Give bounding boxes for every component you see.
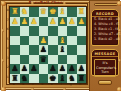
square-d8[interactable]: ♛: [39, 7, 49, 17]
white-pawn: ♟: [20, 17, 30, 27]
file-label-h: h: [76, 83, 86, 86]
square-a7[interactable]: ♟: [10, 17, 20, 27]
frame-stud: [31, 88, 34, 91]
square-d4[interactable]: ♟: [39, 45, 49, 55]
black-pawn: ♟: [39, 45, 49, 55]
square-g3[interactable]: [67, 55, 77, 65]
corner-knob: [1, 1, 6, 6]
black-pawn: ♟: [10, 64, 20, 74]
white-pawn: ♟: [48, 17, 58, 27]
square-f2[interactable]: ♟: [58, 64, 68, 74]
black-bishop: ♝: [58, 45, 68, 55]
square-a3[interactable]: [10, 55, 20, 65]
white-queen: ♛: [39, 7, 49, 17]
white-pawn: ♟: [58, 17, 68, 27]
message-panel: MESSAGE It's Computer's Turn: [91, 49, 119, 76]
square-b5[interactable]: [20, 36, 30, 46]
square-f7[interactable]: ♟: [58, 17, 68, 27]
frame-stud: [63, 88, 66, 91]
square-g8[interactable]: [67, 7, 77, 17]
frame-stud: [2, 59, 5, 62]
square-f3[interactable]: [58, 55, 68, 65]
rank-label-3: 3: [6, 54, 9, 64]
square-f4[interactable]: ♝: [58, 45, 68, 55]
square-b6[interactable]: [20, 26, 30, 36]
frame-stud: [2, 29, 5, 32]
square-b4[interactable]: [20, 45, 30, 55]
square-f8[interactable]: ♝: [58, 7, 68, 17]
square-e5[interactable]: [48, 36, 58, 46]
square-g6[interactable]: [67, 26, 77, 36]
square-h7[interactable]: ♟: [77, 17, 87, 27]
rank-label-5: 5: [6, 35, 9, 45]
square-c5[interactable]: [29, 36, 39, 46]
white-pawn: ♟: [39, 36, 49, 46]
square-d3[interactable]: ♛: [39, 55, 49, 65]
square-a2[interactable]: ♟: [10, 64, 20, 74]
white-rook: ♜: [10, 7, 20, 17]
black-pawn: ♟: [29, 64, 39, 74]
square-a4[interactable]: [10, 45, 20, 55]
record-panel: RECORD 5. Black d1 - d3 4. White c8 - f5…: [91, 9, 119, 46]
square-e4[interactable]: [48, 45, 58, 55]
rank-label-4: 4: [6, 44, 9, 54]
white-pawn: ♟: [67, 17, 77, 27]
board: ♜♞♛♚♝♜♟♟♟♟♟♟♟♟♝♟♝♛♟♟♟♟♟♟♟♜♞♚♝♞♜: [9, 6, 87, 84]
rank-label-6: 6: [6, 25, 9, 35]
frame-stud: [118, 59, 120, 62]
square-c6[interactable]: [29, 26, 39, 36]
square-d7[interactable]: [39, 17, 49, 27]
game-window: EasyBall Chess ♜♞♛♚♝♜♟♟♟♟♟♟♟♟♝♟♝♛♟♟♟♟♟♟♟…: [0, 0, 120, 90]
file-label-c: c: [28, 83, 38, 86]
square-c4[interactable]: [29, 45, 39, 55]
frame-stud: [31, 2, 34, 5]
black-queen: ♛: [39, 55, 49, 65]
square-g4[interactable]: [67, 45, 77, 55]
square-e3[interactable]: [48, 55, 58, 65]
file-label-a: a: [9, 83, 19, 86]
panel-handle: [94, 3, 118, 6]
black-pawn: ♟: [67, 64, 77, 74]
square-h5[interactable]: [77, 36, 87, 46]
white-pawn: ♟: [29, 17, 39, 27]
square-h3[interactable]: [77, 55, 87, 65]
panel-button[interactable]: [98, 80, 112, 85]
rank-label-7: 7: [6, 16, 9, 26]
frame-stud: [63, 2, 66, 5]
square-e7[interactable]: ♟: [48, 17, 58, 27]
square-b7[interactable]: ♟: [20, 17, 30, 27]
square-f6[interactable]: [58, 26, 68, 36]
white-king: ♚: [48, 7, 58, 17]
black-pawn: ♟: [20, 64, 30, 74]
square-f5[interactable]: ♝: [58, 36, 68, 46]
black-pawn: ♟: [77, 64, 87, 74]
square-b3[interactable]: [20, 55, 30, 65]
square-g2[interactable]: ♟: [67, 64, 77, 74]
rank-label-8: 8: [6, 6, 9, 16]
white-bishop: ♝: [58, 36, 68, 46]
square-h8[interactable]: ♜: [77, 7, 87, 17]
file-label-b: b: [19, 83, 29, 86]
rank-label-1: 1: [6, 73, 9, 83]
white-rook: ♜: [77, 7, 87, 17]
black-pawn: ♟: [48, 64, 58, 74]
square-c3[interactable]: [29, 55, 39, 65]
frame-stud: [118, 29, 120, 32]
file-label-g: g: [66, 83, 76, 86]
square-h2[interactable]: ♟: [77, 64, 87, 74]
message-panel-title: MESSAGE: [92, 52, 118, 58]
square-c7[interactable]: ♟: [29, 17, 39, 27]
square-a8[interactable]: ♜: [10, 7, 20, 17]
square-h6[interactable]: [77, 26, 87, 36]
square-d5[interactable]: ♟: [39, 36, 49, 46]
square-e8[interactable]: ♚: [48, 7, 58, 17]
black-pawn: ♟: [58, 64, 68, 74]
message-box: It's Computer's Turn: [94, 59, 116, 77]
square-c8[interactable]: [29, 7, 39, 17]
corner-knob: [117, 1, 121, 6]
square-a6[interactable]: [10, 26, 20, 36]
square-d2[interactable]: [39, 64, 49, 74]
file-label-d: d: [38, 83, 48, 86]
square-d6[interactable]: [39, 26, 49, 36]
white-pawn: ♟: [10, 17, 20, 27]
square-g7[interactable]: ♟: [67, 17, 77, 27]
square-b2[interactable]: ♟: [20, 64, 30, 74]
square-a5[interactable]: [10, 36, 20, 46]
corner-knob: [117, 87, 121, 91]
square-e6[interactable]: [48, 26, 58, 36]
square-g5[interactable]: [67, 36, 77, 46]
rank-label-2: 2: [6, 63, 9, 73]
square-h4[interactable]: [77, 45, 87, 55]
square-b8[interactable]: ♞: [20, 7, 30, 17]
record-line: 1. Black d2 - d4: [92, 37, 118, 42]
file-label-f: f: [57, 83, 67, 86]
white-pawn: ♟: [77, 17, 87, 27]
white-bishop: ♝: [58, 7, 68, 17]
message-text: It's Computer's Turn: [96, 61, 114, 75]
corner-knob: [1, 87, 6, 91]
square-e2[interactable]: ♟: [48, 64, 58, 74]
square-c2[interactable]: ♟: [29, 64, 39, 74]
white-knight: ♞: [20, 7, 30, 17]
file-label-e: e: [47, 83, 57, 86]
